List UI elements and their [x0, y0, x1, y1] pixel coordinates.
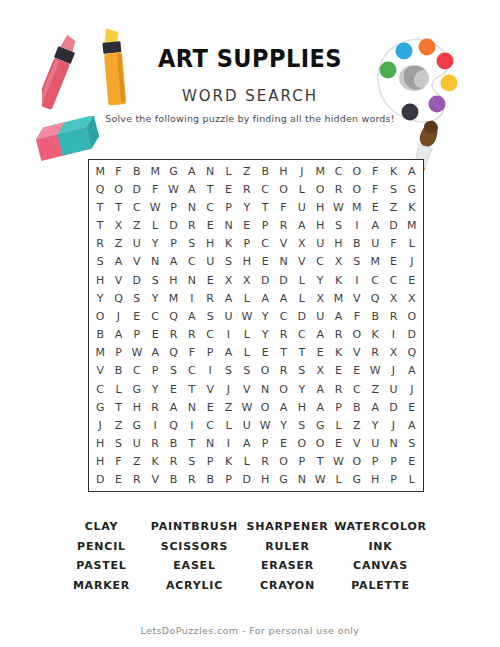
word-list-item: PENCIL: [55, 540, 148, 554]
grid-cell: Z: [348, 416, 366, 434]
grid-cell: Q: [366, 289, 384, 307]
grid-cell: J: [403, 253, 421, 271]
grid-cell: U: [128, 235, 146, 253]
grid-cell: N: [256, 380, 274, 398]
grid-cell: L: [293, 289, 311, 307]
grid-cell: A: [366, 398, 384, 416]
grid-cell: I: [348, 216, 366, 234]
grid-cell: M: [164, 289, 182, 307]
grid-cell: O: [256, 398, 274, 416]
grid-cell: H: [91, 271, 109, 289]
grid-cell: R: [238, 180, 256, 198]
grid-cell: T: [256, 198, 274, 216]
grid-cell: D: [274, 271, 292, 289]
grid-cell: A: [403, 162, 421, 180]
grid-cell: P: [109, 344, 127, 362]
grid-cell: U: [128, 434, 146, 452]
grid-cell: G: [128, 416, 146, 434]
word-list-item: SCISSORS: [148, 540, 241, 554]
grid-cell: A: [256, 289, 274, 307]
grid-cell: W: [238, 307, 256, 325]
grid-cell: F: [384, 235, 402, 253]
grid-cell: E: [311, 344, 329, 362]
grid-cell: O: [293, 434, 311, 452]
grid-cell: E: [348, 362, 366, 380]
highlighter-markers-icon: [42, 26, 147, 121]
grid-cell: X: [403, 289, 421, 307]
grid-cell: D: [384, 398, 402, 416]
grid-cell: Z: [238, 162, 256, 180]
grid-cell: S: [219, 362, 237, 380]
grid-cell: T: [91, 198, 109, 216]
grid-cell: O: [256, 362, 274, 380]
grid-cell: A: [183, 180, 201, 198]
grid-cell: G: [128, 380, 146, 398]
grid-cell: U: [311, 235, 329, 253]
grid-cell: N: [183, 271, 201, 289]
grid-cell: T: [183, 434, 201, 452]
grid-cell: S: [146, 271, 164, 289]
grid-cell: I: [201, 362, 219, 380]
word-list-item: RULER: [241, 540, 334, 554]
grid-cell: O: [274, 380, 292, 398]
grid-cell: L: [219, 162, 237, 180]
word-list-item: CLAY: [55, 520, 148, 534]
grid-cell: E: [256, 344, 274, 362]
grid-cell: X: [384, 289, 402, 307]
grid-cell: G: [274, 471, 292, 489]
grid-cell: G: [348, 471, 366, 489]
grid-cell: C: [256, 180, 274, 198]
grid-cell: I: [146, 416, 164, 434]
puzzle-grid: MFBMGANLZBHJMCOFKAQODFWATERCOLOROFSGTTCW…: [88, 159, 424, 492]
grid-cell: W: [238, 398, 256, 416]
grid-cell: V: [274, 235, 292, 253]
word-list-item: ACRYLIC: [148, 579, 241, 593]
grid-cell: V: [348, 344, 366, 362]
word-list-item: PAINTBRUSH: [148, 520, 241, 534]
grid-cell: K: [329, 271, 347, 289]
grid-cell: K: [384, 162, 402, 180]
grid-cell: O: [311, 180, 329, 198]
grid-cell: L: [403, 235, 421, 253]
grid-cell: F: [366, 162, 384, 180]
grid-cell: S: [128, 289, 146, 307]
grid-cell: Z: [219, 398, 237, 416]
grid-cell: S: [384, 180, 402, 198]
grid-cell: S: [201, 307, 219, 325]
grid-cell: L: [403, 471, 421, 489]
grid-cell: H: [311, 198, 329, 216]
grid-cell: H: [238, 253, 256, 271]
word-list-item: ERASER: [241, 559, 334, 573]
page-subtitle: WORD SEARCH: [0, 87, 500, 105]
grid-cell: T: [201, 180, 219, 198]
grid-cell: Y: [366, 416, 384, 434]
grid-cell: D: [293, 307, 311, 325]
grid-cell: Q: [164, 416, 182, 434]
grid-cell: A: [403, 362, 421, 380]
footer-text: LetsDoPuzzles.com - For personal use onl…: [0, 625, 500, 636]
grid-cell: H: [329, 235, 347, 253]
grid-cell: O: [403, 307, 421, 325]
grid-cell: H: [256, 471, 274, 489]
grid-cell: H: [91, 434, 109, 452]
grid-cell: Y: [274, 416, 292, 434]
grid-cell: Z: [366, 380, 384, 398]
grid-cell: V: [348, 289, 366, 307]
grid-cell: P: [201, 344, 219, 362]
grid-cell: Y: [146, 289, 164, 307]
grid-cell: L: [238, 453, 256, 471]
grid-cell: U: [293, 198, 311, 216]
grid-cell: O: [348, 162, 366, 180]
grid-cell: C: [128, 362, 146, 380]
grid-cell: B: [164, 471, 182, 489]
grid-cell: W: [329, 198, 347, 216]
grid-cell: L: [109, 380, 127, 398]
grid-cell: U: [201, 253, 219, 271]
grid-cell: L: [146, 216, 164, 234]
grid-cell: Y: [238, 198, 256, 216]
grid-cell: Y: [146, 235, 164, 253]
grid-cell: U: [366, 434, 384, 452]
grid-cell: C: [384, 271, 402, 289]
grid-cell: C: [91, 380, 109, 398]
grid-cell: E: [128, 307, 146, 325]
grid-cell: B: [366, 307, 384, 325]
word-list-item: CANVAS: [334, 559, 427, 573]
grid-cell: E: [366, 198, 384, 216]
instructions-text: Solve the following puzzle by finding al…: [0, 113, 500, 124]
grid-cell: Q: [109, 289, 127, 307]
grid-cell: A: [311, 398, 329, 416]
grid-cell: J: [109, 307, 127, 325]
grid-cell: W: [329, 453, 347, 471]
grid-cell: R: [329, 325, 347, 343]
grid-cell: T: [183, 380, 201, 398]
grid-cell: A: [164, 398, 182, 416]
grid-cell: A: [109, 253, 127, 271]
grid-cell: R: [183, 471, 201, 489]
grid-cell: E: [384, 253, 402, 271]
grid-cell: R: [329, 380, 347, 398]
grid-cell: R: [366, 344, 384, 362]
grid-cell: Y: [256, 325, 274, 343]
grid-cell: C: [256, 235, 274, 253]
grid-cell: J: [384, 362, 402, 380]
grid-cell: W: [311, 471, 329, 489]
grid-cell: R: [164, 325, 182, 343]
grid-cell: X: [311, 289, 329, 307]
grid-cell: R: [274, 362, 292, 380]
grid-cell: N: [384, 434, 402, 452]
grid-cell: I: [348, 271, 366, 289]
grid-cell: V: [293, 253, 311, 271]
grid-cell: I: [183, 289, 201, 307]
grid-cell: Y: [311, 271, 329, 289]
grid-cell: H: [128, 398, 146, 416]
grid-cell: V: [109, 271, 127, 289]
grid-cell: T: [293, 344, 311, 362]
grid-cell: M: [348, 198, 366, 216]
grid-cell: C: [348, 380, 366, 398]
grid-cell: A: [238, 434, 256, 452]
grid-cell: A: [219, 344, 237, 362]
grid-cell: E: [201, 216, 219, 234]
grid-cell: P: [256, 434, 274, 452]
grid-cell: T: [109, 198, 127, 216]
grid-cell: A: [311, 325, 329, 343]
grid-cell: I: [384, 325, 402, 343]
grid-cell: C: [311, 253, 329, 271]
grid-cell: H: [164, 271, 182, 289]
grid-cell: U: [311, 307, 329, 325]
grid-cell: S: [183, 235, 201, 253]
grid-cell: T: [311, 453, 329, 471]
grid-cell: F: [109, 162, 127, 180]
grid-cell: J: [219, 380, 237, 398]
word-list-item: MARKER: [55, 579, 148, 593]
grid-cell: L: [219, 416, 237, 434]
grid-cell: K: [219, 453, 237, 471]
grid-cell: C: [183, 362, 201, 380]
grid-cell: I: [219, 434, 237, 452]
grid-cell: N: [201, 162, 219, 180]
grid-cell: G: [164, 162, 182, 180]
grid-cell: E: [329, 434, 347, 452]
grid-cell: E: [238, 216, 256, 234]
grid-cell: D: [128, 180, 146, 198]
grid-cell: W: [164, 180, 182, 198]
grid-cell: C: [201, 198, 219, 216]
grid-cell: Y: [256, 307, 274, 325]
grid-cell: U: [219, 307, 237, 325]
grid-cell: P: [219, 198, 237, 216]
grid-cell: S: [238, 362, 256, 380]
grid-cell: K: [329, 344, 347, 362]
grid-cell: C: [201, 325, 219, 343]
grid-cell: R: [384, 307, 402, 325]
grid-cell: M: [366, 253, 384, 271]
grid-cell: O: [348, 453, 366, 471]
grid-cell: E: [256, 253, 274, 271]
word-list-item: EASEL: [148, 559, 241, 573]
grid-cell: R: [329, 180, 347, 198]
grid-cell: P: [128, 325, 146, 343]
grid-cell: E: [109, 471, 127, 489]
grid-cell: P: [219, 471, 237, 489]
page-title: ART SUPPLIES: [25, 44, 475, 73]
grid-cell: P: [256, 216, 274, 234]
grid-cell: G: [403, 180, 421, 198]
grid-cell: O: [274, 453, 292, 471]
grid-cell: R: [183, 325, 201, 343]
grid-cell: L: [293, 180, 311, 198]
grid-cell: A: [219, 289, 237, 307]
grid-cell: E: [164, 380, 182, 398]
grid-cell: R: [256, 453, 274, 471]
grid-cell: A: [109, 325, 127, 343]
grid-cell: O: [91, 307, 109, 325]
grid-cell: R: [183, 216, 201, 234]
grid-cell: A: [329, 307, 347, 325]
grid-cell: A: [146, 344, 164, 362]
grid-cell: L: [293, 271, 311, 289]
grid-cell: P: [164, 198, 182, 216]
grid-cell: V: [201, 380, 219, 398]
grid-cell: P: [293, 453, 311, 471]
grid-cell: A: [183, 162, 201, 180]
grid-cell: U: [366, 235, 384, 253]
grid-cell: B: [91, 325, 109, 343]
grid-cell: E: [403, 398, 421, 416]
grid-cell: D: [256, 271, 274, 289]
grid-cell: H: [91, 453, 109, 471]
grid-cell: E: [201, 398, 219, 416]
grid-cell: B: [128, 162, 146, 180]
grid-cell: W: [256, 416, 274, 434]
grid-cell: Z: [109, 416, 127, 434]
grid-cell: X: [384, 344, 402, 362]
grid-cell: B: [201, 471, 219, 489]
grid-cell: E: [329, 362, 347, 380]
grid-cell: G: [91, 398, 109, 416]
grid-cell: O: [109, 180, 127, 198]
grid-cell: C: [366, 271, 384, 289]
grid-cell: H: [366, 471, 384, 489]
grid-cell: C: [329, 162, 347, 180]
grid-cell: P: [384, 453, 402, 471]
grid-cell: P: [146, 362, 164, 380]
grid-cell: Q: [403, 344, 421, 362]
grid-cell: I: [183, 416, 201, 434]
grid-cell: H: [311, 216, 329, 234]
grid-cell: V: [146, 471, 164, 489]
grid-cell: D: [128, 271, 146, 289]
grid-cell: M: [311, 162, 329, 180]
grid-cell: X: [311, 362, 329, 380]
grid-cell: F: [146, 180, 164, 198]
grid-cell: Q: [91, 180, 109, 198]
grid-cell: S: [348, 253, 366, 271]
grid-cell: P: [238, 235, 256, 253]
grid-cell: B: [164, 434, 182, 452]
grid-cell: H: [293, 398, 311, 416]
grid-cell: Z: [109, 235, 127, 253]
grid-cell: U: [238, 416, 256, 434]
grid-cell: A: [293, 216, 311, 234]
grid-cell: S: [109, 434, 127, 452]
grid-cell: N: [274, 253, 292, 271]
grid-cell: N: [293, 471, 311, 489]
grid-cell: M: [91, 162, 109, 180]
grid-cell: J: [293, 162, 311, 180]
grid-cell: C: [128, 198, 146, 216]
grid-cell: T: [109, 398, 127, 416]
grid-cell: K: [403, 198, 421, 216]
grid-cell: R: [146, 434, 164, 452]
grid-cell: A: [366, 216, 384, 234]
grid-cell: K: [146, 453, 164, 471]
grid-cell: V: [128, 253, 146, 271]
grid-cell: A: [164, 253, 182, 271]
grid-cell: M: [329, 289, 347, 307]
grid-cell: X: [238, 271, 256, 289]
grid-cell: B: [256, 162, 274, 180]
grid-cell: B: [348, 398, 366, 416]
grid-cell: R: [164, 453, 182, 471]
grid-cell: I: [219, 325, 237, 343]
grid-cell: F: [348, 307, 366, 325]
grid-cell: L: [238, 289, 256, 307]
word-list-item: WATERCOLOR: [334, 520, 427, 534]
grid-cell: M: [91, 344, 109, 362]
grid-cell: X: [219, 271, 237, 289]
grid-cell: D: [91, 471, 109, 489]
grid-cell: R: [201, 289, 219, 307]
grid-cell: P: [329, 398, 347, 416]
grid-cell: P: [164, 235, 182, 253]
grid-cell: N: [146, 253, 164, 271]
grid-cell: R: [146, 398, 164, 416]
grid-cell: V: [91, 362, 109, 380]
grid-cell: C: [146, 307, 164, 325]
grid-cell: F: [274, 198, 292, 216]
grid-cell: M: [146, 162, 164, 180]
grid-cell: S: [403, 434, 421, 452]
grid-cell: K: [219, 235, 237, 253]
grid-cell: S: [293, 416, 311, 434]
grid-cell: R: [274, 325, 292, 343]
grid-cell: L: [238, 344, 256, 362]
grid-cell: R: [91, 235, 109, 253]
grid-cell: H: [274, 162, 292, 180]
grid-cell: T: [274, 344, 292, 362]
grid-cell: A: [311, 380, 329, 398]
grid-cell: V: [238, 380, 256, 398]
grid-cell: E: [201, 271, 219, 289]
grid-cell: C: [293, 325, 311, 343]
grid-cell: R: [128, 471, 146, 489]
grid-cell: O: [274, 180, 292, 198]
grid-cell: W: [366, 362, 384, 380]
word-list-item: PALETTE: [334, 579, 427, 593]
grid-cell: W: [146, 198, 164, 216]
grid-cell: Y: [146, 380, 164, 398]
grid-cell: J: [91, 416, 109, 434]
grid-cell: S: [183, 453, 201, 471]
grid-cell: L: [329, 471, 347, 489]
grid-cell: T: [91, 216, 109, 234]
puzzle-sheet: ART SUPPLIES WORD SEARCH Solve the follo…: [0, 0, 500, 647]
grid-cell: N: [183, 198, 201, 216]
grid-cell: M: [403, 216, 421, 234]
grid-cell: G: [311, 416, 329, 434]
word-list-item: INK: [334, 540, 427, 554]
word-list-item: SHARPENER: [241, 520, 334, 534]
grid-cell: N: [201, 434, 219, 452]
grid-cell: Y: [91, 289, 109, 307]
grid-cell: N: [183, 398, 201, 416]
grid-cell: O: [348, 180, 366, 198]
grid-cell: F: [183, 344, 201, 362]
grid-cell: W: [128, 344, 146, 362]
grid-cell: F: [109, 453, 127, 471]
grid-cell: D: [164, 216, 182, 234]
grid-cell: L: [238, 325, 256, 343]
grid-cell: C: [201, 416, 219, 434]
